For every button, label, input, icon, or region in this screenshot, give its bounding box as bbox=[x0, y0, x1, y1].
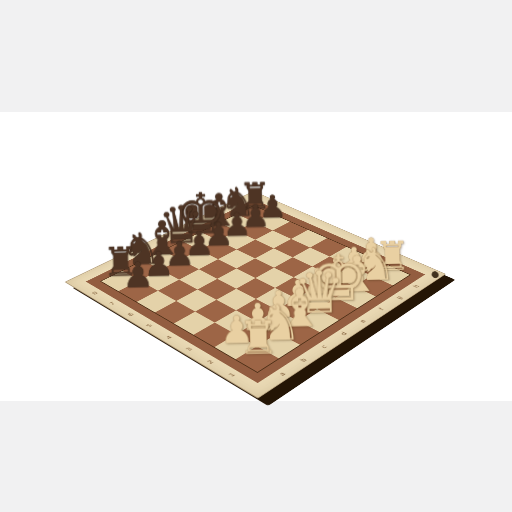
rank-label-7: 7 bbox=[98, 295, 127, 312]
rook-glyph: ♜ bbox=[213, 314, 304, 361]
rank-label-4: 4 bbox=[154, 328, 185, 346]
pawn-glyph: ♟ bbox=[97, 256, 179, 292]
camera-stage: 12345678abcdefgh ♜♞♝♛♚♝♞♜♟♟♟♟♟♟♟♟♟♟♟♟♟♟♟… bbox=[0, 0, 512, 512]
product-photo-scene: 12345678abcdefgh ♜♞♝♛♚♝♞♜♟♟♟♟♟♟♟♟♟♟♟♟♟♟♟… bbox=[0, 0, 512, 512]
rank-label-1: 1 bbox=[216, 365, 250, 386]
rank-label-5: 5 bbox=[134, 317, 165, 335]
chess-board: 12345678abcdefgh ♜♞♝♛♚♝♞♜♟♟♟♟♟♟♟♟♟♟♟♟♟♟♟… bbox=[65, 191, 447, 399]
rank-label-6: 6 bbox=[116, 306, 146, 323]
